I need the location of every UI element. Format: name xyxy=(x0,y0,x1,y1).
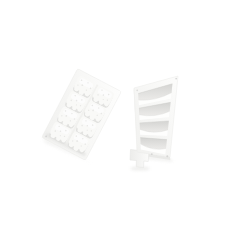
silicone-mold-photo xyxy=(0,0,250,250)
vent-hole xyxy=(136,90,138,92)
vent-hole xyxy=(175,78,177,80)
photo-background xyxy=(0,0,250,250)
vent-hole xyxy=(166,155,168,157)
product-photo xyxy=(0,0,250,250)
vent-hole xyxy=(151,153,153,155)
tray-cavity xyxy=(140,121,169,136)
